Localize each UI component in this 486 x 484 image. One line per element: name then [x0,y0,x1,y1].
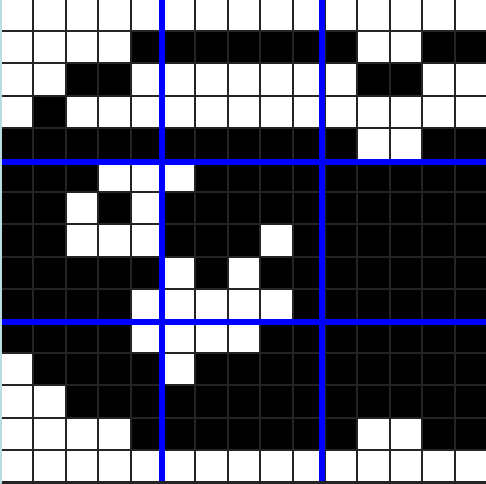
cell-r2c1[interactable] [2,32,32,62]
cell-r4c4[interactable] [99,97,129,127]
cell-r8c12[interactable] [358,225,388,255]
cell-r5c12[interactable] [358,129,388,159]
cell-r2c14[interactable] [423,32,453,62]
cell-r10c3[interactable] [67,290,97,320]
cell-r10c12[interactable] [358,290,388,320]
cell-r15c12[interactable] [358,451,388,481]
cell-r5c5[interactable] [132,129,162,159]
cell-r1c15[interactable] [456,0,486,30]
cell-r12c4[interactable] [99,354,129,384]
cell-r1c9[interactable] [261,0,291,30]
cell-r6c14[interactable] [423,161,453,191]
cell-r10c15[interactable] [456,290,486,320]
cell-r14c4[interactable] [99,419,129,449]
cell-r1c7[interactable] [196,0,226,30]
cell-r3c13[interactable] [391,64,421,94]
cell-r9c8[interactable] [229,258,259,288]
cell-r6c2[interactable] [34,161,64,191]
cell-r8c14[interactable] [423,225,453,255]
cell-r7c1[interactable] [2,193,32,223]
cell-r5c3[interactable] [67,129,97,159]
cell-r9c2[interactable] [34,258,64,288]
cell-r6c9[interactable] [261,161,291,191]
cell-r8c7[interactable] [196,225,226,255]
cell-r4c1[interactable] [2,97,32,127]
cell-r15c3[interactable] [67,451,97,481]
cell-r7c5[interactable] [132,193,162,223]
cell-r10c14[interactable] [423,290,453,320]
left-edge-strip [0,0,2,484]
cell-r4c12[interactable] [358,97,388,127]
cell-r11c5[interactable] [132,322,162,352]
cell-r7c15[interactable] [456,193,486,223]
cell-r13c9[interactable] [261,386,291,416]
cell-r2c2[interactable] [34,32,64,62]
cell-r14c1[interactable] [2,419,32,449]
cell-r9c11[interactable] [326,258,356,288]
cell-r5c14[interactable] [423,129,453,159]
cell-r13c12[interactable] [358,386,388,416]
cell-r1c3[interactable] [67,0,97,30]
cell-r12c5[interactable] [132,354,162,384]
cell-r9c13[interactable] [391,258,421,288]
cell-r5c11[interactable] [326,129,356,159]
cell-r11c2[interactable] [34,322,64,352]
block-divider-vertical-2 [319,0,325,481]
cell-r4c9[interactable] [261,97,291,127]
cell-r12c9[interactable] [261,354,291,384]
cell-r15c5[interactable] [132,451,162,481]
cell-r9c5[interactable] [132,258,162,288]
cell-r11c13[interactable] [391,322,421,352]
cell-r5c8[interactable] [229,129,259,159]
cell-r10c8[interactable] [229,290,259,320]
cell-r5c15[interactable] [456,129,486,159]
cell-r12c12[interactable] [358,354,388,384]
cell-r4c14[interactable] [423,97,453,127]
cell-r8c11[interactable] [326,225,356,255]
cell-r6c12[interactable] [358,161,388,191]
cell-r9c6[interactable] [164,258,194,288]
cell-r15c14[interactable] [423,451,453,481]
cell-r15c11[interactable] [326,451,356,481]
cell-r14c2[interactable] [34,419,64,449]
cell-r6c8[interactable] [229,161,259,191]
cell-r5c13[interactable] [391,129,421,159]
cell-r7c9[interactable] [261,193,291,223]
cell-r3c5[interactable] [132,64,162,94]
cell-r8c6[interactable] [164,225,194,255]
cell-r2c15[interactable] [456,32,486,62]
cell-r6c11[interactable] [326,161,356,191]
cell-r10c1[interactable] [2,290,32,320]
cell-r8c15[interactable] [456,225,486,255]
cell-r4c13[interactable] [391,97,421,127]
cell-r10c2[interactable] [34,290,64,320]
cell-r1c4[interactable] [99,0,129,30]
cell-r2c6[interactable] [164,32,194,62]
cell-r9c4[interactable] [99,258,129,288]
cell-r12c6[interactable] [164,354,194,384]
cell-r4c7[interactable] [196,97,226,127]
cell-r7c8[interactable] [229,193,259,223]
cell-r11c14[interactable] [423,322,453,352]
cell-r10c13[interactable] [391,290,421,320]
cell-r11c15[interactable] [456,322,486,352]
cell-r5c2[interactable] [34,129,64,159]
cell-r3c7[interactable] [196,64,226,94]
cell-r2c4[interactable] [99,32,129,62]
cell-r3c9[interactable] [261,64,291,94]
cell-r10c6[interactable] [164,290,194,320]
puzzle-board [0,0,486,484]
cell-r9c3[interactable] [67,258,97,288]
cell-r14c6[interactable] [164,419,194,449]
cell-r14c7[interactable] [196,419,226,449]
cell-r11c4[interactable] [99,322,129,352]
cell-r2c12[interactable] [358,32,388,62]
cell-r13c1[interactable] [2,386,32,416]
cell-r9c1[interactable] [2,258,32,288]
cell-r11c1[interactable] [2,322,32,352]
cell-r15c1[interactable] [2,451,32,481]
cell-r7c7[interactable] [196,193,226,223]
cell-r7c6[interactable] [164,193,194,223]
cell-r14c3[interactable] [67,419,97,449]
cell-r12c8[interactable] [229,354,259,384]
cell-r15c7[interactable] [196,451,226,481]
cell-r12c7[interactable] [196,354,226,384]
cell-r1c13[interactable] [391,0,421,30]
cell-r12c15[interactable] [456,354,486,384]
cell-r11c8[interactable] [229,322,259,352]
cell-r8c9[interactable] [261,225,291,255]
cell-r8c1[interactable] [2,225,32,255]
cell-r14c14[interactable] [423,419,453,449]
cell-r10c7[interactable] [196,290,226,320]
cell-r12c1[interactable] [2,354,32,384]
cell-r14c8[interactable] [229,419,259,449]
cell-r14c9[interactable] [261,419,291,449]
cell-r7c3[interactable] [67,193,97,223]
cell-r5c4[interactable] [99,129,129,159]
cell-r3c3[interactable] [67,64,97,94]
cell-r2c11[interactable] [326,32,356,62]
cell-r3c14[interactable] [423,64,453,94]
cell-r3c4[interactable] [99,64,129,94]
cell-r7c4[interactable] [99,193,129,223]
cell-r13c4[interactable] [99,386,129,416]
cell-r15c4[interactable] [99,451,129,481]
cell-r4c8[interactable] [229,97,259,127]
cell-r4c3[interactable] [67,97,97,127]
cell-r13c5[interactable] [132,386,162,416]
block-divider-horizontal-2 [2,319,486,325]
block-divider-horizontal-1 [2,159,486,165]
cell-r2c8[interactable] [229,32,259,62]
cell-r11c7[interactable] [196,322,226,352]
cell-r1c8[interactable] [229,0,259,30]
cell-r12c13[interactable] [391,354,421,384]
cell-r1c14[interactable] [423,0,453,30]
cell-r1c1[interactable] [2,0,32,30]
cell-r6c7[interactable] [196,161,226,191]
cell-r6c6[interactable] [164,161,194,191]
cell-r5c7[interactable] [196,129,226,159]
cell-r1c2[interactable] [34,0,64,30]
cell-r9c7[interactable] [196,258,226,288]
cell-r15c8[interactable] [229,451,259,481]
cell-r11c9[interactable] [261,322,291,352]
cell-r10c5[interactable] [132,290,162,320]
cell-r13c11[interactable] [326,386,356,416]
cell-r1c5[interactable] [132,0,162,30]
cell-r5c9[interactable] [261,129,291,159]
cell-r14c15[interactable] [456,419,486,449]
cell-r12c3[interactable] [67,354,97,384]
cell-r4c5[interactable] [132,97,162,127]
cell-r13c15[interactable] [456,386,486,416]
cell-r3c1[interactable] [2,64,32,94]
cell-r13c6[interactable] [164,386,194,416]
cell-r6c4[interactable] [99,161,129,191]
cell-r13c14[interactable] [423,386,453,416]
cell-r2c3[interactable] [67,32,97,62]
cell-r9c14[interactable] [423,258,453,288]
cell-r11c3[interactable] [67,322,97,352]
cell-r8c5[interactable] [132,225,162,255]
cell-r12c11[interactable] [326,354,356,384]
cell-r11c12[interactable] [358,322,388,352]
cell-r15c13[interactable] [391,451,421,481]
cell-r13c3[interactable] [67,386,97,416]
cell-r8c3[interactable] [67,225,97,255]
cell-r7c14[interactable] [423,193,453,223]
cell-r5c6[interactable] [164,129,194,159]
cell-r4c11[interactable] [326,97,356,127]
cell-r6c13[interactable] [391,161,421,191]
cell-r15c6[interactable] [164,451,194,481]
cell-r2c9[interactable] [261,32,291,62]
cell-r7c12[interactable] [358,193,388,223]
cell-r7c2[interactable] [34,193,64,223]
cell-r1c12[interactable] [358,0,388,30]
cell-r4c6[interactable] [164,97,194,127]
cell-r14c11[interactable] [326,419,356,449]
cell-r12c2[interactable] [34,354,64,384]
cell-r3c15[interactable] [456,64,486,94]
cell-r3c11[interactable] [326,64,356,94]
cell-r10c11[interactable] [326,290,356,320]
cell-r8c13[interactable] [391,225,421,255]
cell-r6c3[interactable] [67,161,97,191]
cell-r2c13[interactable] [391,32,421,62]
cell-r13c8[interactable] [229,386,259,416]
cell-r7c11[interactable] [326,193,356,223]
cell-r5c1[interactable] [2,129,32,159]
cell-r15c15[interactable] [456,451,486,481]
cell-r15c9[interactable] [261,451,291,481]
cell-r6c5[interactable] [132,161,162,191]
cell-r11c11[interactable] [326,322,356,352]
cell-r9c15[interactable] [456,258,486,288]
cell-r14c13[interactable] [391,419,421,449]
block-divider-vertical-1 [159,0,165,481]
cell-r3c8[interactable] [229,64,259,94]
cell-r3c12[interactable] [358,64,388,94]
cell-r9c9[interactable] [261,258,291,288]
cell-r13c2[interactable] [34,386,64,416]
cell-r4c2[interactable] [34,97,64,127]
cell-r15c2[interactable] [34,451,64,481]
cell-r10c4[interactable] [99,290,129,320]
cell-r1c11[interactable] [326,0,356,30]
cell-r7c13[interactable] [391,193,421,223]
cell-r10c9[interactable] [261,290,291,320]
cell-r6c1[interactable] [2,161,32,191]
cell-r14c12[interactable] [358,419,388,449]
cell-r2c7[interactable] [196,32,226,62]
cell-r3c6[interactable] [164,64,194,94]
cell-r6c15[interactable] [456,161,486,191]
cell-r2c5[interactable] [132,32,162,62]
nonogram-grid [2,0,486,481]
cell-r13c13[interactable] [391,386,421,416]
cell-r13c7[interactable] [196,386,226,416]
cell-r8c8[interactable] [229,225,259,255]
cell-r11c6[interactable] [164,322,194,352]
cell-r1c6[interactable] [164,0,194,30]
cell-r4c15[interactable] [456,97,486,127]
cell-r9c12[interactable] [358,258,388,288]
cell-r3c2[interactable] [34,64,64,94]
cell-r8c2[interactable] [34,225,64,255]
cell-r14c5[interactable] [132,419,162,449]
cell-r12c14[interactable] [423,354,453,384]
cell-r8c4[interactable] [99,225,129,255]
